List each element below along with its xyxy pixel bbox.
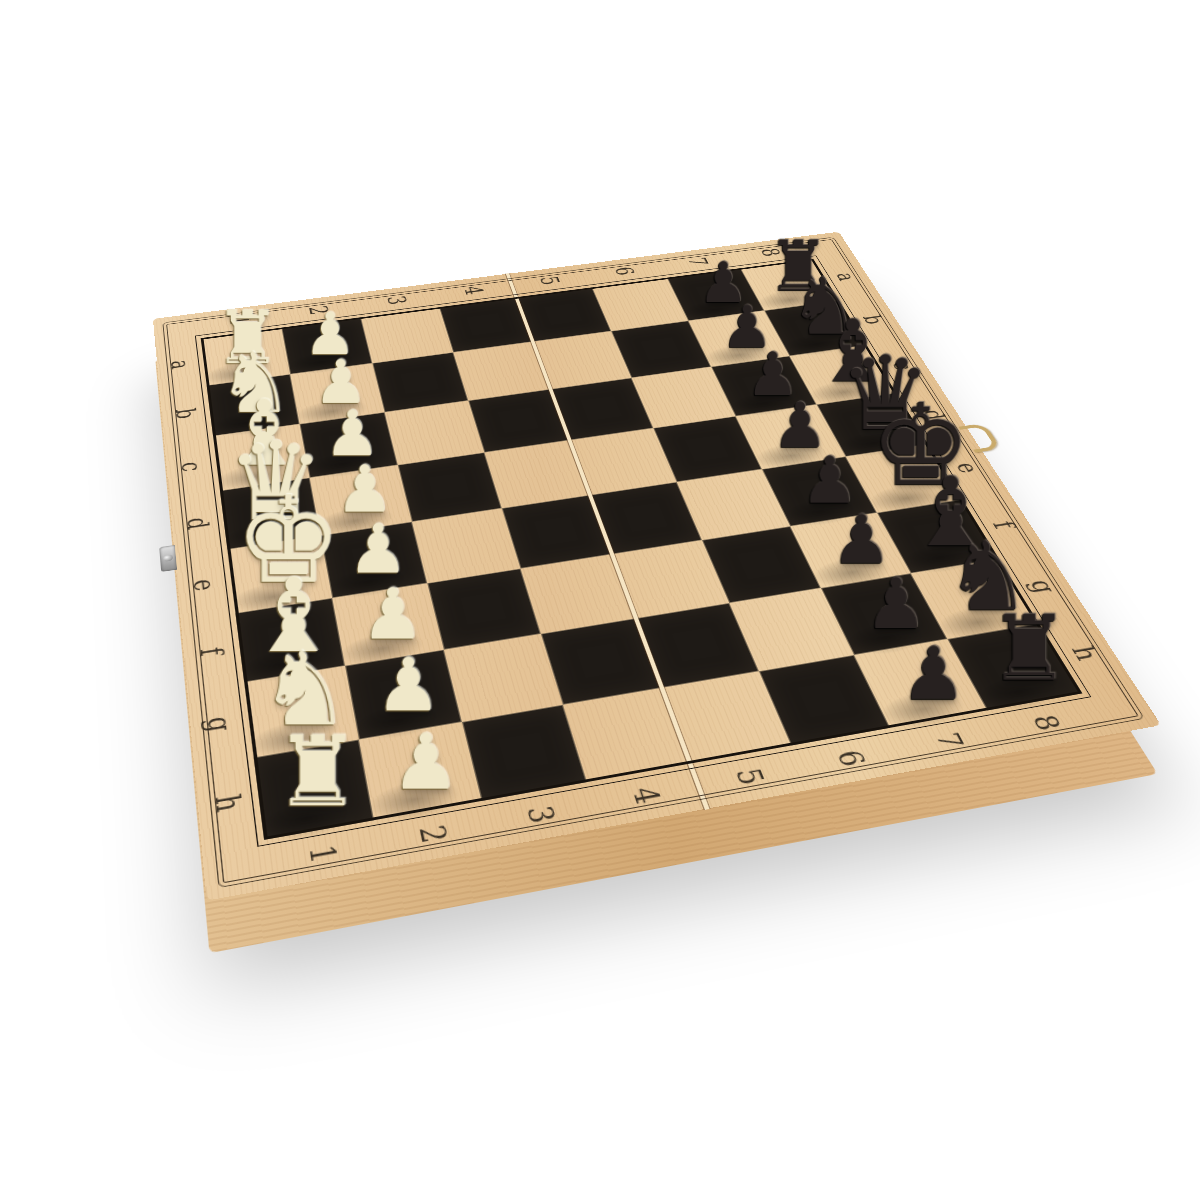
margin-cell: c bbox=[164, 436, 220, 498]
piece-white-pawn[interactable]: ♟ bbox=[331, 518, 426, 582]
product-photo-scene: 12345678a♜♟♟♜ab♞♟♟♞bc♝♟♟♝cd♛♟♟♛de♚♟♟♚ef♝… bbox=[0, 0, 1200, 1200]
margin-cell: b bbox=[160, 385, 213, 442]
piece-white-pawn[interactable]: ♟ bbox=[357, 651, 461, 721]
margin-cell: 8 bbox=[987, 693, 1108, 752]
piece-black-pawn[interactable]: ♟ bbox=[847, 571, 946, 638]
piece-white-pawn[interactable]: ♟ bbox=[343, 581, 442, 648]
square-c3[interactable] bbox=[385, 401, 485, 465]
margin-cell: h bbox=[194, 758, 264, 851]
square-b3[interactable] bbox=[372, 352, 468, 412]
margin-cell: d bbox=[169, 491, 227, 558]
margin-cell: a bbox=[155, 338, 206, 392]
piece-white-rook[interactable]: ♜ bbox=[263, 726, 372, 818]
piece-black-rook[interactable]: ♜ bbox=[978, 606, 1080, 692]
piece-white-pawn[interactable]: ♟ bbox=[372, 726, 480, 799]
chess-board: 12345678a♜♟♟♜ab♞♟♟♞bc♝♟♟♝cd♛♟♟♛de♚♟♟♚ef♝… bbox=[153, 232, 1161, 901]
margin-cell: f bbox=[181, 613, 244, 691]
margin-cell: g bbox=[187, 682, 253, 767]
piece-black-pawn[interactable]: ♟ bbox=[882, 640, 985, 709]
margin-cell: e bbox=[175, 550, 236, 622]
